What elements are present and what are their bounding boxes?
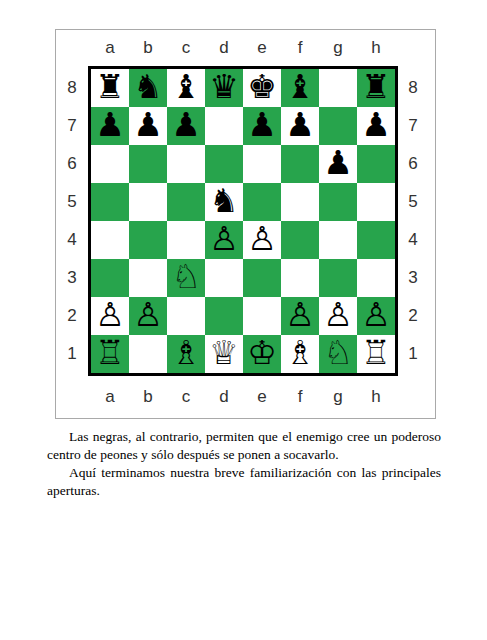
white-rook-a1: ♖ (95, 335, 125, 372)
square-b2: ♙ (129, 297, 167, 335)
square-c7: ♟ (167, 107, 205, 145)
white-knight-g1: ♘ (323, 335, 353, 372)
white-pawn-h2: ♙ (361, 297, 391, 334)
black-pawn-e7: ♟ (247, 107, 277, 144)
white-pawn-a2: ♙ (95, 297, 125, 334)
square-h2: ♙ (357, 297, 395, 335)
white-pawn-f2: ♙ (285, 297, 315, 334)
square-c8: ♝ (167, 69, 205, 107)
rank-label-8: 8 (398, 69, 428, 107)
square-c1: ♗ (167, 335, 205, 373)
rank-label-2: 2 (56, 297, 88, 335)
square-f2: ♙ (281, 297, 319, 335)
square-d4: ♙ (205, 221, 243, 259)
square-d5: ♞ (205, 183, 243, 221)
square-f6 (281, 145, 319, 183)
white-pawn-b2: ♙ (133, 297, 163, 334)
white-knight-c3: ♘ (171, 259, 201, 296)
square-h7: ♟ (357, 107, 395, 145)
square-g7 (319, 107, 357, 145)
square-e3 (243, 259, 281, 297)
black-knight-d5: ♞ (209, 183, 239, 220)
square-g2: ♙ (319, 297, 357, 335)
square-e2 (243, 297, 281, 335)
square-b8: ♞ (129, 69, 167, 107)
file-label-a: a (91, 387, 129, 407)
square-d6 (205, 145, 243, 183)
square-a5 (91, 183, 129, 221)
white-pawn-d4: ♙ (209, 221, 239, 258)
file-label-d: d (205, 387, 243, 407)
square-h6 (357, 145, 395, 183)
file-label-c: c (167, 38, 205, 58)
board: ♜♞♝♛♚♝♜♟♟♟♟♟♟♟♞♙♙♘♙♙♙♙♙♖♗♕♔♗♘♖ (88, 66, 398, 376)
file-label-f: f (281, 387, 319, 407)
white-pawn-e4: ♙ (247, 221, 277, 258)
black-pawn-a7: ♟ (95, 107, 125, 144)
black-rook-a8: ♜ (95, 69, 125, 106)
square-f8: ♝ (281, 69, 319, 107)
square-e5 (243, 183, 281, 221)
square-d1: ♕ (205, 335, 243, 373)
file-label-h: h (357, 38, 395, 58)
square-h3 (357, 259, 395, 297)
black-rook-h8: ♜ (361, 69, 391, 106)
black-pawn-b7: ♟ (133, 107, 163, 144)
rank-label-3: 3 (398, 259, 428, 297)
square-d8: ♛ (205, 69, 243, 107)
file-label-g: g (319, 38, 357, 58)
square-f7: ♟ (281, 107, 319, 145)
square-c3: ♘ (167, 259, 205, 297)
square-d7 (205, 107, 243, 145)
square-e4: ♙ (243, 221, 281, 259)
ranks-col: 87654321 (398, 66, 428, 376)
file-label-b: b (129, 387, 167, 407)
white-bishop-f1: ♗ (285, 335, 315, 372)
square-a6 (91, 145, 129, 183)
rank-label-6: 6 (398, 145, 428, 183)
square-e8: ♚ (243, 69, 281, 107)
square-a7: ♟ (91, 107, 129, 145)
black-king-e8: ♚ (247, 69, 277, 106)
square-g6: ♟ (319, 145, 357, 183)
black-queen-d8: ♛ (209, 69, 239, 106)
square-h5 (357, 183, 395, 221)
file-label-h: h (357, 387, 395, 407)
rank-label-5: 5 (398, 183, 428, 221)
file-label-e: e (243, 38, 281, 58)
rank-label-1: 1 (56, 335, 88, 373)
rank-label-7: 7 (56, 107, 88, 145)
white-bishop-c1: ♗ (171, 335, 201, 372)
file-label-a: a (91, 38, 129, 58)
square-d3 (205, 259, 243, 297)
black-bishop-f8: ♝ (285, 69, 315, 106)
square-h4 (357, 221, 395, 259)
white-queen-d1: ♕ (209, 335, 239, 372)
square-g8 (319, 69, 357, 107)
square-f4 (281, 221, 319, 259)
square-f1: ♗ (281, 335, 319, 373)
black-pawn-c7: ♟ (171, 107, 201, 144)
square-a8: ♜ (91, 69, 129, 107)
black-pawn-g6: ♟ (323, 145, 353, 182)
caption-text: Las negras, al contrario, permiten que e… (47, 428, 441, 500)
square-a1: ♖ (91, 335, 129, 373)
square-f3 (281, 259, 319, 297)
white-pawn-g2: ♙ (323, 297, 353, 334)
files-row: abcdefgh (56, 376, 435, 418)
square-b1 (129, 335, 167, 373)
black-pawn-f7: ♟ (285, 107, 315, 144)
square-h8: ♜ (357, 69, 395, 107)
rank-label-1: 1 (398, 335, 428, 373)
square-e1: ♔ (243, 335, 281, 373)
black-knight-b8: ♞ (133, 69, 163, 106)
rank-label-6: 6 (56, 145, 88, 183)
black-pawn-h7: ♟ (361, 107, 391, 144)
square-b4 (129, 221, 167, 259)
rank-label-5: 5 (56, 183, 88, 221)
square-g5 (319, 183, 357, 221)
caption-paragraph-2: Aquí terminamos nuestra breve familiariz… (47, 464, 441, 500)
chess-diagram: abcdefgh 87654321 ♜♞♝♛♚♝♜♟♟♟♟♟♟♟♞♙♙♘♙♙♙♙… (55, 29, 436, 419)
square-g1: ♘ (319, 335, 357, 373)
rank-label-7: 7 (398, 107, 428, 145)
square-h1: ♖ (357, 335, 395, 373)
rank-label-8: 8 (56, 69, 88, 107)
square-g3 (319, 259, 357, 297)
file-label-d: d (205, 38, 243, 58)
square-c5 (167, 183, 205, 221)
file-label-f: f (281, 38, 319, 58)
file-label-e: e (243, 387, 281, 407)
file-label-b: b (129, 38, 167, 58)
square-b7: ♟ (129, 107, 167, 145)
square-b6 (129, 145, 167, 183)
square-b3 (129, 259, 167, 297)
square-c2 (167, 297, 205, 335)
black-bishop-c8: ♝ (171, 69, 201, 106)
file-label-g: g (319, 387, 357, 407)
square-g4 (319, 221, 357, 259)
square-a4 (91, 221, 129, 259)
square-f5 (281, 183, 319, 221)
square-b5 (129, 183, 167, 221)
ranks-col: 87654321 (56, 66, 88, 376)
white-rook-h1: ♖ (361, 335, 391, 372)
file-label-c: c (167, 387, 205, 407)
square-a3 (91, 259, 129, 297)
square-a2: ♙ (91, 297, 129, 335)
white-king-e1: ♔ (247, 335, 277, 372)
square-c6 (167, 145, 205, 183)
rank-label-4: 4 (398, 221, 428, 259)
square-e7: ♟ (243, 107, 281, 145)
square-e6 (243, 145, 281, 183)
rank-label-3: 3 (56, 259, 88, 297)
square-c4 (167, 221, 205, 259)
rank-label-4: 4 (56, 221, 88, 259)
square-d2 (205, 297, 243, 335)
board-middle: 87654321 ♜♞♝♛♚♝♜♟♟♟♟♟♟♟♞♙♙♘♙♙♙♙♙♖♗♕♔♗♘♖ … (56, 66, 435, 376)
caption-paragraph-1: Las negras, al contrario, permiten que e… (47, 428, 441, 464)
rank-label-2: 2 (398, 297, 428, 335)
files-row: abcdefgh (56, 30, 435, 66)
